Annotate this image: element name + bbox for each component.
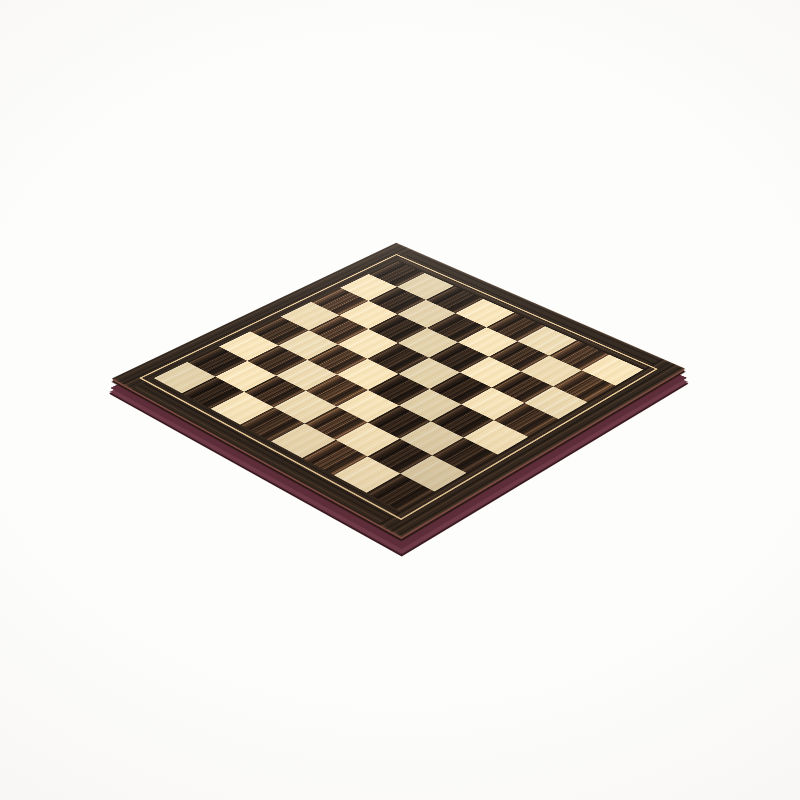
scene xyxy=(0,0,800,800)
product-photo-background xyxy=(0,0,800,800)
chessboard xyxy=(112,242,685,536)
playing-area xyxy=(153,260,642,511)
